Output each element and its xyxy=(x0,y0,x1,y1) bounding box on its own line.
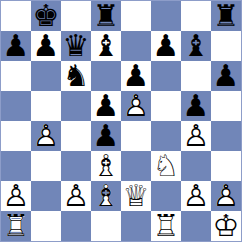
piece-white-king: ♔ xyxy=(211,211,241,241)
square-f5[interactable] xyxy=(151,91,181,121)
square-e1[interactable] xyxy=(121,211,151,241)
square-c8[interactable] xyxy=(61,1,91,31)
piece-white-queen-fill: ♛ xyxy=(121,181,151,211)
square-d3[interactable]: ♝♗ xyxy=(91,151,121,181)
square-b8[interactable]: ♚ xyxy=(31,1,61,31)
piece-white-bishop-fill: ♝ xyxy=(91,181,121,211)
square-h2[interactable]: ♟♙ xyxy=(211,181,241,211)
piece-black-king: ♚ xyxy=(31,1,61,31)
piece-black-pawn: ♟ xyxy=(181,91,211,121)
square-b1[interactable] xyxy=(31,211,61,241)
piece-white-king-fill: ♚ xyxy=(211,211,241,241)
square-b7[interactable]: ♟ xyxy=(31,31,61,61)
square-a1[interactable]: ♜♖ xyxy=(1,211,31,241)
piece-white-pawn-fill: ♟ xyxy=(181,121,211,151)
square-a4[interactable] xyxy=(1,121,31,151)
piece-black-pawn: ♟ xyxy=(91,91,121,121)
square-c7[interactable]: ♛ xyxy=(61,31,91,61)
square-d7[interactable]: ♝ xyxy=(91,31,121,61)
square-e4[interactable] xyxy=(121,121,151,151)
square-g3[interactable] xyxy=(181,151,211,181)
piece-black-bishop: ♝ xyxy=(181,31,211,61)
piece-white-pawn: ♙ xyxy=(61,181,91,211)
piece-white-pawn-fill: ♟ xyxy=(121,91,151,121)
piece-white-pawn-fill: ♟ xyxy=(61,181,91,211)
piece-white-pawn-fill: ♟ xyxy=(1,181,31,211)
piece-white-pawn-fill: ♟ xyxy=(181,181,211,211)
square-e8[interactable] xyxy=(121,1,151,31)
square-a5[interactable] xyxy=(1,91,31,121)
square-a3[interactable] xyxy=(1,151,31,181)
square-b5[interactable] xyxy=(31,91,61,121)
square-c3[interactable] xyxy=(61,151,91,181)
square-f8[interactable] xyxy=(151,1,181,31)
piece-white-rook-fill: ♜ xyxy=(151,211,181,241)
square-e5[interactable]: ♟♙ xyxy=(121,91,151,121)
square-d5[interactable]: ♟ xyxy=(91,91,121,121)
square-c5[interactable] xyxy=(61,91,91,121)
square-e6[interactable]: ♟ xyxy=(121,61,151,91)
piece-white-pawn: ♙ xyxy=(211,181,241,211)
square-a7[interactable]: ♟ xyxy=(1,31,31,61)
square-a2[interactable]: ♟♙ xyxy=(1,181,31,211)
square-h8[interactable]: ♜ xyxy=(211,1,241,31)
square-c6[interactable]: ♞ xyxy=(61,61,91,91)
piece-white-pawn: ♙ xyxy=(181,181,211,211)
square-f6[interactable] xyxy=(151,61,181,91)
square-h3[interactable] xyxy=(211,151,241,181)
piece-white-pawn-fill: ♟ xyxy=(211,181,241,211)
square-f4[interactable] xyxy=(151,121,181,151)
piece-white-rook: ♖ xyxy=(1,211,31,241)
square-g6[interactable] xyxy=(181,61,211,91)
square-h5[interactable] xyxy=(211,91,241,121)
square-d8[interactable]: ♜ xyxy=(91,1,121,31)
square-e7[interactable] xyxy=(121,31,151,61)
square-g8[interactable] xyxy=(181,1,211,31)
piece-white-rook: ♖ xyxy=(151,211,181,241)
square-e2[interactable]: ♛♕ xyxy=(121,181,151,211)
piece-black-knight: ♞ xyxy=(61,61,91,91)
piece-black-queen: ♛ xyxy=(61,31,91,61)
square-g5[interactable]: ♟ xyxy=(181,91,211,121)
square-h4[interactable] xyxy=(211,121,241,151)
square-d4[interactable]: ♟ xyxy=(91,121,121,151)
piece-white-queen: ♕ xyxy=(121,181,151,211)
square-d6[interactable] xyxy=(91,61,121,91)
chess-board: ♚♜♜♟♟♛♝♟♝♞♟♟♟♟♙♟♟♙♟♟♙♝♗♞♘♟♙♟♙♝♗♛♕♟♙♟♙♜♖♜… xyxy=(0,0,242,242)
square-g4[interactable]: ♟♙ xyxy=(181,121,211,151)
square-g2[interactable]: ♟♙ xyxy=(181,181,211,211)
piece-white-pawn: ♙ xyxy=(31,121,61,151)
piece-black-rook: ♜ xyxy=(91,1,121,31)
piece-white-pawn: ♙ xyxy=(181,121,211,151)
square-b2[interactable] xyxy=(31,181,61,211)
square-a8[interactable] xyxy=(1,1,31,31)
piece-white-bishop: ♗ xyxy=(91,151,121,181)
piece-white-pawn: ♙ xyxy=(1,181,31,211)
square-f3[interactable]: ♞♘ xyxy=(151,151,181,181)
square-c2[interactable]: ♟♙ xyxy=(61,181,91,211)
piece-black-pawn: ♟ xyxy=(151,31,181,61)
piece-white-pawn-fill: ♟ xyxy=(31,121,61,151)
piece-white-rook-fill: ♜ xyxy=(1,211,31,241)
square-f2[interactable] xyxy=(151,181,181,211)
square-b6[interactable] xyxy=(31,61,61,91)
square-d1[interactable] xyxy=(91,211,121,241)
piece-white-bishop: ♗ xyxy=(91,181,121,211)
square-f7[interactable]: ♟ xyxy=(151,31,181,61)
square-g7[interactable]: ♝ xyxy=(181,31,211,61)
square-f1[interactable]: ♜♖ xyxy=(151,211,181,241)
square-e3[interactable] xyxy=(121,151,151,181)
square-h1[interactable]: ♚♔ xyxy=(211,211,241,241)
piece-black-pawn: ♟ xyxy=(1,31,31,61)
piece-white-knight-fill: ♞ xyxy=(151,151,181,181)
square-a6[interactable] xyxy=(1,61,31,91)
square-h7[interactable] xyxy=(211,31,241,61)
piece-black-pawn: ♟ xyxy=(91,121,121,151)
piece-black-pawn: ♟ xyxy=(121,61,151,91)
square-c4[interactable] xyxy=(61,121,91,151)
square-b3[interactable] xyxy=(31,151,61,181)
square-c1[interactable] xyxy=(61,211,91,241)
square-d2[interactable]: ♝♗ xyxy=(91,181,121,211)
piece-black-bishop: ♝ xyxy=(91,31,121,61)
piece-white-knight: ♘ xyxy=(151,151,181,181)
piece-black-rook: ♜ xyxy=(211,1,241,31)
square-h6[interactable]: ♟ xyxy=(211,61,241,91)
square-b4[interactable]: ♟♙ xyxy=(31,121,61,151)
piece-black-pawn: ♟ xyxy=(31,31,61,61)
square-g1[interactable] xyxy=(181,211,211,241)
piece-black-pawn: ♟ xyxy=(211,61,241,91)
piece-white-pawn: ♙ xyxy=(121,91,151,121)
piece-white-bishop-fill: ♝ xyxy=(91,151,121,181)
chess-board-wrap: ♚♜♜♟♟♛♝♟♝♞♟♟♟♟♙♟♟♙♟♟♙♝♗♞♘♟♙♟♙♝♗♛♕♟♙♟♙♜♖♜… xyxy=(0,0,242,242)
